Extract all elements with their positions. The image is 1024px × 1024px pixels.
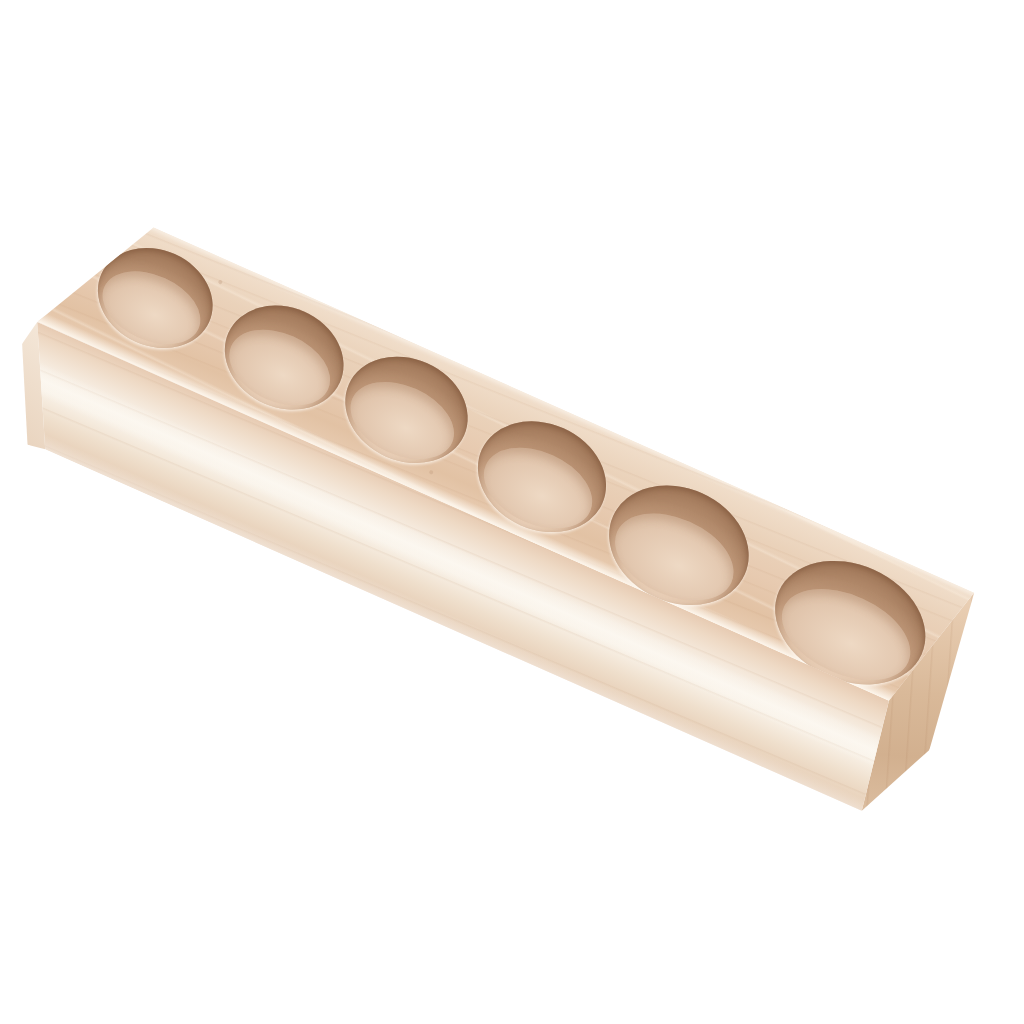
pit-1: [82, 230, 229, 366]
pit-3: [328, 338, 485, 482]
product-photo-canvas: [0, 0, 1024, 1024]
pit-2: [208, 287, 360, 428]
wood-specks: [91, 200, 94, 203]
